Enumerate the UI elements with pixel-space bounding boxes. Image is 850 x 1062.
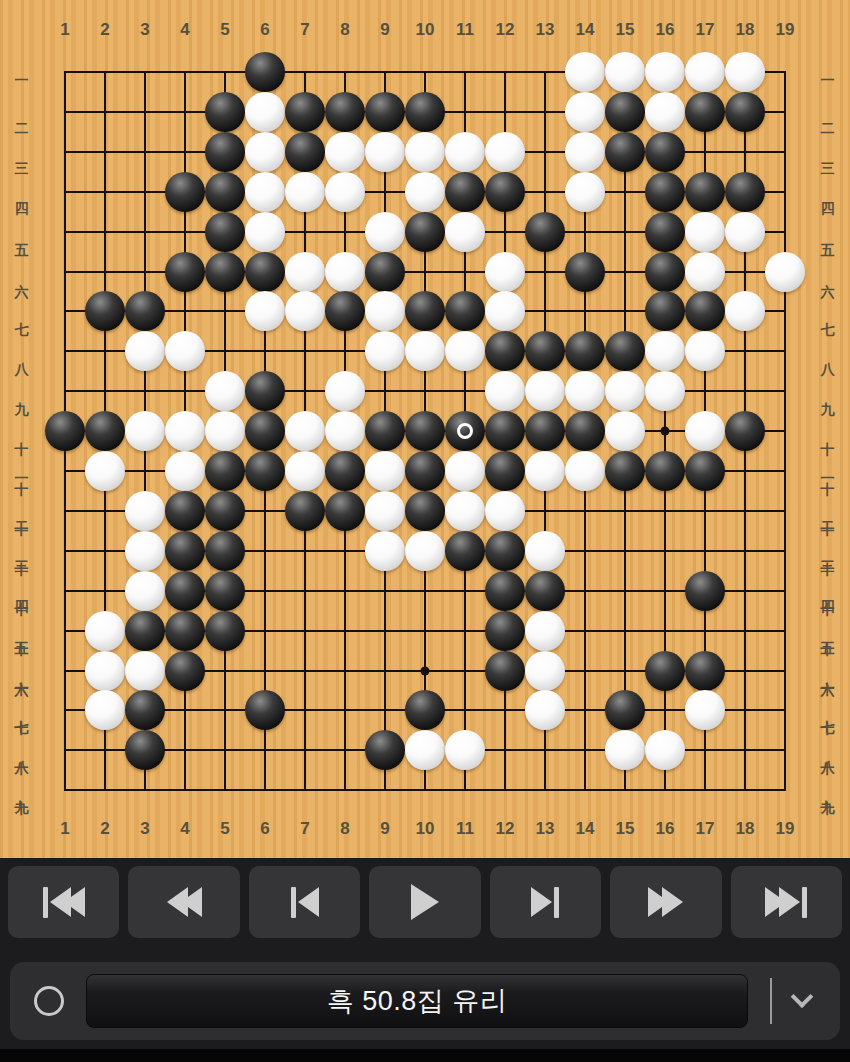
stone-white — [685, 690, 725, 730]
stone-white — [245, 132, 285, 172]
stone-white — [205, 371, 245, 411]
stone-black — [685, 571, 725, 611]
stone-white — [565, 451, 605, 491]
stone-black — [565, 252, 605, 292]
stone-white — [525, 451, 565, 491]
stone-black — [205, 491, 245, 531]
stone-black — [605, 690, 645, 730]
stone-black — [485, 571, 525, 611]
stone-white — [645, 52, 685, 92]
stone-white — [645, 730, 685, 770]
stone-white — [365, 132, 405, 172]
stone-white — [765, 252, 805, 292]
step-forward-button[interactable] — [490, 866, 601, 938]
stone-black — [245, 371, 285, 411]
stone-white — [605, 730, 645, 770]
coordinate-label: 10 — [416, 819, 435, 839]
stone-black — [565, 411, 605, 451]
bar-triangle-left-icon — [291, 887, 319, 918]
stone-white — [325, 411, 365, 451]
stone-black — [125, 690, 165, 730]
stone-white — [165, 451, 205, 491]
stone-white — [365, 491, 405, 531]
stone-black — [525, 571, 565, 611]
stone-white — [485, 252, 525, 292]
stone-white — [525, 531, 565, 571]
stone-black — [485, 531, 525, 571]
stone-black — [445, 291, 485, 331]
chevron-down-icon[interactable] — [791, 985, 814, 1008]
stone-white — [365, 451, 405, 491]
stone-black — [685, 92, 725, 132]
divider — [770, 978, 772, 1024]
coordinate-label: 10 — [416, 20, 435, 40]
stone-white — [125, 331, 165, 371]
stone-white — [285, 411, 325, 451]
stone-white — [85, 611, 125, 651]
coordinate-label: 13 — [536, 20, 555, 40]
coordinate-label: 6 — [260, 20, 269, 40]
stone-black — [605, 92, 645, 132]
stone-black — [245, 52, 285, 92]
stone-white — [245, 172, 285, 212]
stone-white — [605, 371, 645, 411]
empty-circle-icon[interactable] — [34, 986, 64, 1016]
stone-black — [525, 331, 565, 371]
stone-black — [205, 531, 245, 571]
stone-black — [325, 92, 365, 132]
score-estimate-button[interactable]: 흑 50.8집 유리 — [86, 974, 748, 1028]
stone-white — [285, 291, 325, 331]
stone-white — [445, 491, 485, 531]
stone-black — [205, 571, 245, 611]
stone-white — [85, 451, 125, 491]
stone-white — [245, 92, 285, 132]
stone-black — [165, 611, 205, 651]
coordinate-label: 9 — [380, 819, 389, 839]
stone-white — [125, 411, 165, 451]
stone-white — [365, 291, 405, 331]
stone-black — [365, 411, 405, 451]
stone-black — [165, 651, 205, 691]
stone-white — [565, 52, 605, 92]
stone-black — [445, 172, 485, 212]
stone-black — [605, 132, 645, 172]
stone-black — [165, 571, 205, 611]
stone-white — [405, 132, 445, 172]
stone-black — [645, 252, 685, 292]
stone-black — [405, 212, 445, 252]
star-point — [421, 666, 430, 675]
stone-white — [645, 92, 685, 132]
stone-white — [485, 491, 525, 531]
stone-black — [405, 451, 445, 491]
star-point — [661, 427, 670, 436]
coordinate-label: 19 — [776, 20, 795, 40]
coordinate-label: 4 — [180, 20, 189, 40]
stone-white — [525, 371, 565, 411]
stone-black — [525, 411, 565, 451]
stone-black — [445, 411, 485, 451]
coordinate-label: 1 — [60, 20, 69, 40]
skip-to-end-button[interactable] — [731, 866, 842, 938]
last-move-marker — [457, 423, 473, 439]
skip-to-start-button[interactable] — [8, 866, 119, 938]
double-triangle-right-bar-icon — [765, 887, 807, 918]
stone-black — [205, 172, 245, 212]
coordinate-label: 19 — [776, 819, 795, 839]
stone-white — [405, 730, 445, 770]
coordinate-label: 6 — [260, 819, 269, 839]
stone-black — [165, 252, 205, 292]
stone-white — [165, 331, 205, 371]
stone-white — [685, 331, 725, 371]
stone-black — [325, 491, 365, 531]
coordinate-label: 1 — [60, 819, 69, 839]
stone-black — [205, 92, 245, 132]
bar-double-triangle-left-icon — [43, 887, 85, 918]
stone-black — [125, 730, 165, 770]
stone-white — [125, 571, 165, 611]
triangle-right-bar-icon — [531, 887, 559, 918]
stone-white — [245, 291, 285, 331]
stone-white — [605, 52, 645, 92]
step-back-button[interactable] — [249, 866, 360, 938]
stone-black — [485, 331, 525, 371]
stone-black — [285, 132, 325, 172]
stone-white — [405, 172, 445, 212]
coordinate-label: 18 — [736, 20, 755, 40]
stone-black — [605, 451, 645, 491]
coordinate-label: 11 — [456, 819, 474, 839]
stone-white — [165, 411, 205, 451]
stone-black — [365, 92, 405, 132]
stone-black — [445, 531, 485, 571]
stone-black — [685, 451, 725, 491]
stone-white — [325, 371, 365, 411]
coordinate-label: 12 — [496, 819, 515, 839]
status-bar: 흑 50.8집 유리 — [10, 962, 840, 1040]
coordinate-label: 16 — [656, 819, 675, 839]
coordinate-label: 9 — [380, 20, 389, 40]
stone-black — [85, 291, 125, 331]
coordinate-label: 11 — [456, 20, 474, 40]
coordinate-label: 8 — [340, 819, 349, 839]
stone-white — [445, 331, 485, 371]
stone-black — [365, 252, 405, 292]
stone-black — [645, 651, 685, 691]
stone-white — [365, 212, 405, 252]
coordinate-label: 18 — [736, 819, 755, 839]
stone-white — [85, 690, 125, 730]
coordinate-label: 5 — [220, 819, 229, 839]
stone-black — [205, 132, 245, 172]
stone-black — [685, 651, 725, 691]
bottom-toolbar: 흑 50.8집 유리 — [0, 858, 850, 1062]
stone-white — [245, 212, 285, 252]
stone-black — [405, 291, 445, 331]
coordinate-label: 14 — [576, 20, 595, 40]
stone-black — [645, 451, 685, 491]
stone-white — [565, 371, 605, 411]
stone-white — [525, 651, 565, 691]
stone-black — [485, 651, 525, 691]
stone-white — [445, 451, 485, 491]
stone-white — [605, 411, 645, 451]
coordinate-label: 17 — [696, 20, 715, 40]
stone-black — [205, 212, 245, 252]
stone-black — [725, 172, 765, 212]
stone-white — [565, 92, 605, 132]
stone-white — [645, 371, 685, 411]
stone-black — [645, 172, 685, 212]
coordinate-label: 2 — [100, 20, 109, 40]
coordinate-label: 17 — [696, 819, 715, 839]
fast-forward-button[interactable] — [610, 866, 721, 938]
stone-white — [565, 132, 605, 172]
stone-white — [485, 291, 525, 331]
triangle-right-icon — [411, 884, 439, 920]
coordinate-label: 15 — [616, 819, 635, 839]
stone-black — [325, 291, 365, 331]
coordinate-label: 7 — [300, 819, 309, 839]
footer-strip — [0, 1049, 850, 1062]
stone-white — [125, 651, 165, 691]
score-estimate-text: 흑 50.8집 유리 — [327, 983, 508, 1019]
stone-black — [245, 411, 285, 451]
stone-black — [645, 212, 685, 252]
coordinate-label: 8 — [340, 20, 349, 40]
stone-black — [165, 172, 205, 212]
stone-black — [205, 611, 245, 651]
stone-white — [445, 730, 485, 770]
coordinate-label: 14 — [576, 819, 595, 839]
stone-white — [725, 52, 765, 92]
stone-black — [405, 92, 445, 132]
stone-white — [365, 331, 405, 371]
stone-black — [725, 92, 765, 132]
double-triangle-left-icon — [167, 887, 202, 917]
stone-white — [285, 172, 325, 212]
coordinate-label: 15 — [616, 20, 635, 40]
stone-white — [685, 252, 725, 292]
play-button[interactable] — [369, 866, 480, 938]
stone-black — [725, 411, 765, 451]
stone-white — [685, 411, 725, 451]
stone-black — [125, 611, 165, 651]
stone-white — [645, 331, 685, 371]
stone-white — [725, 291, 765, 331]
stone-white — [685, 212, 725, 252]
stone-black — [685, 291, 725, 331]
coordinate-label: 5 — [220, 20, 229, 40]
stone-white — [405, 331, 445, 371]
stone-black — [285, 491, 325, 531]
stone-black — [365, 730, 405, 770]
stone-black — [645, 291, 685, 331]
stone-black — [325, 451, 365, 491]
stone-white — [365, 531, 405, 571]
stone-black — [165, 531, 205, 571]
stone-black — [245, 451, 285, 491]
double-triangle-right-icon — [648, 887, 683, 917]
stone-black — [405, 690, 445, 730]
coordinate-label: 7 — [300, 20, 309, 40]
stone-black — [485, 411, 525, 451]
stone-white — [285, 252, 325, 292]
fast-rewind-button[interactable] — [128, 866, 239, 938]
coordinate-label: 12 — [496, 20, 515, 40]
stone-white — [85, 651, 125, 691]
stone-white — [125, 531, 165, 571]
stone-black — [205, 252, 245, 292]
stone-white — [325, 132, 365, 172]
coordinate-label: 3 — [140, 819, 149, 839]
playback-controls — [0, 858, 850, 938]
stone-white — [445, 132, 485, 172]
coordinate-label: 4 — [180, 819, 189, 839]
stone-white — [205, 411, 245, 451]
stone-white — [485, 371, 525, 411]
stone-black — [485, 611, 525, 651]
stone-black — [645, 132, 685, 172]
stone-white — [325, 172, 365, 212]
coordinate-label: 13 — [536, 819, 555, 839]
stone-black — [405, 491, 445, 531]
stone-white — [445, 212, 485, 252]
stone-white — [525, 611, 565, 651]
stone-white — [565, 172, 605, 212]
stone-white — [525, 690, 565, 730]
stone-black — [405, 411, 445, 451]
stone-black — [245, 252, 285, 292]
stone-white — [725, 212, 765, 252]
stone-white — [125, 491, 165, 531]
stone-black — [485, 172, 525, 212]
coordinate-label: 2 — [100, 819, 109, 839]
stone-white — [685, 52, 725, 92]
stone-white — [325, 252, 365, 292]
stone-black — [285, 92, 325, 132]
stone-black — [85, 411, 125, 451]
stone-black — [565, 331, 605, 371]
coordinate-label: 3 — [140, 20, 149, 40]
stone-black — [125, 291, 165, 331]
stone-white — [485, 132, 525, 172]
go-board[interactable]: 1122334455667788991010111112121313141415… — [0, 0, 850, 858]
go-review-app: 1122334455667788991010111112121313141415… — [0, 0, 850, 1062]
stone-black — [605, 331, 645, 371]
stone-black — [485, 451, 525, 491]
coordinate-label: 16 — [656, 20, 675, 40]
stone-black — [45, 411, 85, 451]
stone-black — [685, 172, 725, 212]
stone-black — [525, 212, 565, 252]
stone-white — [405, 531, 445, 571]
stone-black — [205, 451, 245, 491]
stone-black — [245, 690, 285, 730]
stone-black — [165, 491, 205, 531]
stone-white — [285, 451, 325, 491]
